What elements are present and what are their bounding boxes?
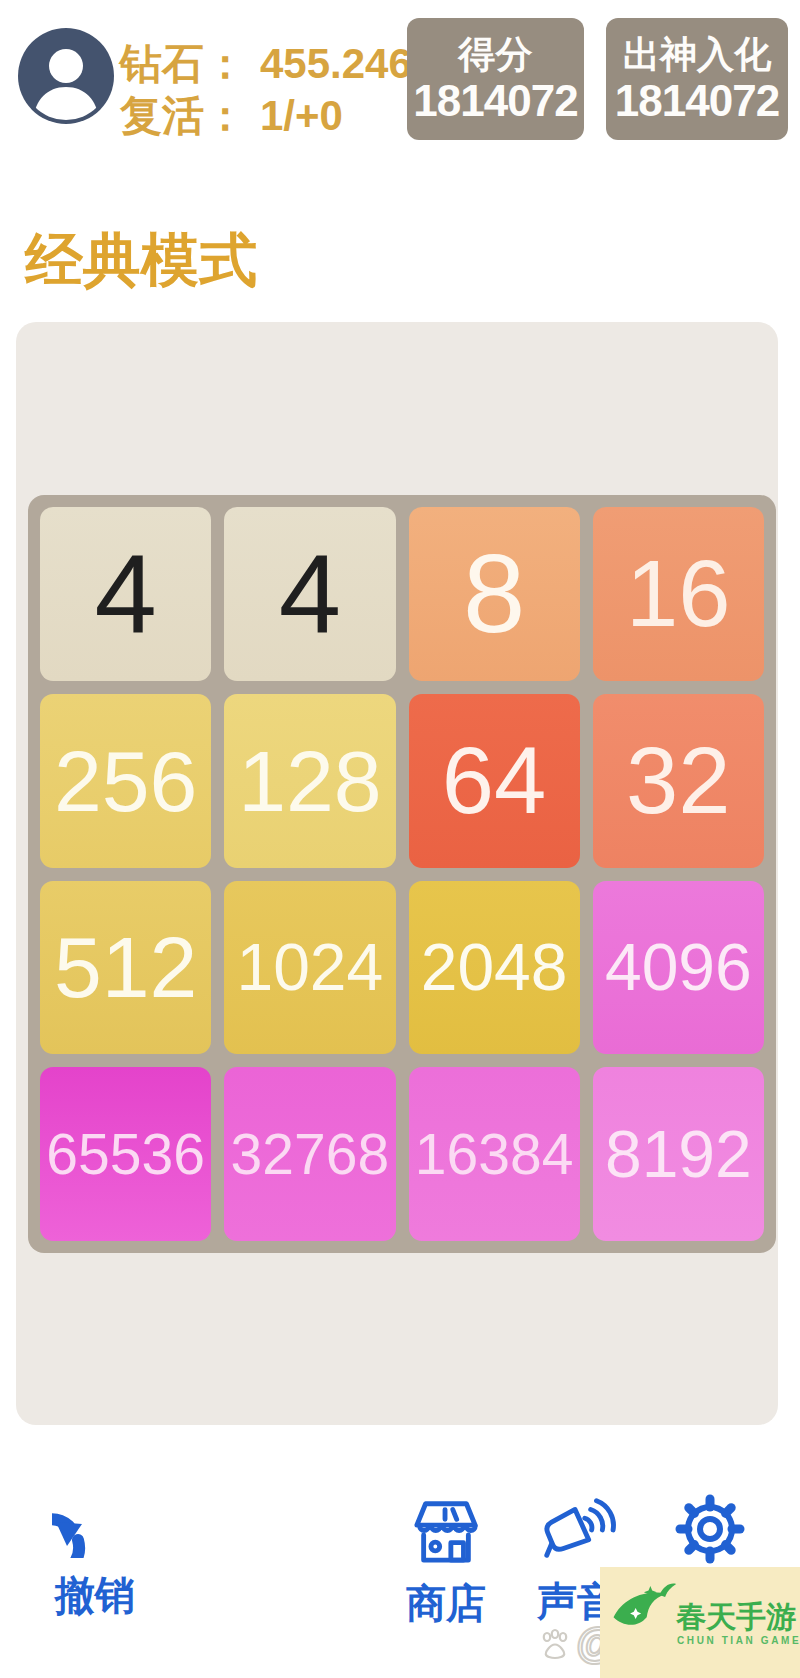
board-grid[interactable]: 4481625612864325121024204840966553632768… [28, 495, 776, 1253]
revive-value: 1/+0 [260, 92, 343, 139]
paw-icon [538, 1627, 572, 1661]
diamond-value: 455.246 [260, 40, 412, 87]
diamond-label: 钻石： [120, 40, 246, 87]
person-icon [18, 28, 114, 124]
page-title: 经典模式 [25, 222, 257, 300]
best-box: 出神入化 1814072 [606, 18, 788, 140]
shop-button[interactable]: 商店 [386, 1496, 506, 1631]
tile-8: 8 [409, 507, 580, 681]
tile-4096: 4096 [593, 881, 764, 1055]
tile-512: 512 [40, 881, 211, 1055]
shop-icon [411, 1496, 481, 1566]
settings-button[interactable] [665, 1488, 755, 1568]
tile-16384: 16384 [409, 1067, 580, 1241]
tile-65536: 65536 [40, 1067, 211, 1241]
undo-label: 撤销 [55, 1568, 135, 1623]
best-label: 出神入化 [606, 36, 788, 73]
tile-4: 4 [224, 507, 395, 681]
sound-icon [538, 1492, 616, 1564]
tile-32: 32 [593, 694, 764, 868]
tile-4: 4 [40, 507, 211, 681]
score-label: 得分 [407, 36, 584, 73]
tile-64: 64 [409, 694, 580, 868]
tile-256: 256 [40, 694, 211, 868]
score-value: 1814072 [407, 79, 584, 123]
tile-16: 16 [593, 507, 764, 681]
tile-1024: 1024 [224, 881, 395, 1055]
watermark-title: 春天手游 [676, 1597, 796, 1638]
tile-128: 128 [224, 694, 395, 868]
leaf-bird-logo [608, 1573, 678, 1643]
undo-button[interactable]: 撤销 [35, 1480, 155, 1623]
revive-row: 复活：1/+0 [120, 88, 343, 144]
undo-icon [52, 1480, 138, 1558]
tile-8192: 8192 [593, 1067, 764, 1241]
score-box: 得分 1814072 [407, 18, 584, 140]
watermark-badge: 春天手游 CHUN TIAN GAME [600, 1567, 800, 1678]
watermark-subtitle: CHUN TIAN GAME [677, 1635, 800, 1646]
shop-label: 商店 [406, 1576, 486, 1631]
tile-2048: 2048 [409, 881, 580, 1055]
avatar[interactable] [18, 28, 114, 124]
diamond-row: 钻石：455.246 [120, 36, 412, 92]
best-value: 1814072 [606, 79, 788, 123]
tile-32768: 32768 [224, 1067, 395, 1241]
revive-label: 复活： [120, 92, 246, 139]
gear-icon [670, 1488, 750, 1568]
